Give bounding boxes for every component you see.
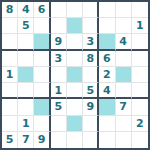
cell-r3c3[interactable] [34, 34, 50, 50]
cell-r8c9[interactable]: 2 [132, 116, 148, 132]
cell-r6c6[interactable]: 5 [83, 83, 99, 99]
cell-r7c5[interactable] [67, 99, 83, 115]
cell-r9c8[interactable] [116, 132, 132, 148]
cell-r8c5[interactable] [67, 116, 83, 132]
cell-r7c6[interactable]: 9 [83, 99, 99, 115]
cell-r6c1[interactable] [2, 83, 18, 99]
cell-r9c1[interactable]: 5 [2, 132, 18, 148]
cell-r4c1[interactable] [2, 51, 18, 67]
cell-r2c9[interactable]: 1 [132, 18, 148, 34]
cell-r5c4[interactable] [51, 67, 67, 83]
cell-r9c2[interactable]: 7 [18, 132, 34, 148]
cell-r2c6[interactable] [83, 18, 99, 34]
cell-r3c1[interactable] [2, 34, 18, 50]
cell-r9c9[interactable] [132, 132, 148, 148]
cell-r4c5[interactable] [67, 51, 83, 67]
cell-r1c4[interactable] [51, 2, 67, 18]
cell-r3c4[interactable]: 9 [51, 34, 67, 50]
cell-r5c3[interactable] [34, 67, 50, 83]
cell-r4c7[interactable]: 6 [99, 51, 115, 67]
cell-r5c2[interactable] [18, 67, 34, 83]
cell-r5c9[interactable] [132, 67, 148, 83]
cell-r8c6[interactable] [83, 116, 99, 132]
cell-r3c9[interactable] [132, 34, 148, 50]
cell-r5c5[interactable] [67, 67, 83, 83]
cell-r4c4[interactable]: 3 [51, 51, 67, 67]
cell-r8c3[interactable] [34, 116, 50, 132]
cell-r2c8[interactable] [116, 18, 132, 34]
cell-r8c1[interactable] [2, 116, 18, 132]
cell-r2c2[interactable]: 5 [18, 18, 34, 34]
cell-r8c7[interactable] [99, 116, 115, 132]
cell-r6c2[interactable] [18, 83, 34, 99]
cell-r1c7[interactable] [99, 2, 115, 18]
cell-r4c3[interactable] [34, 51, 50, 67]
cell-r2c3[interactable] [34, 18, 50, 34]
cell-r7c2[interactable] [18, 99, 34, 115]
cell-r1c2[interactable]: 4 [18, 2, 34, 18]
cell-r4c6[interactable]: 8 [83, 51, 99, 67]
cell-r3c5[interactable] [67, 34, 83, 50]
cell-r1c5[interactable] [67, 2, 83, 18]
cell-r8c2[interactable]: 1 [18, 116, 34, 132]
cell-r9c3[interactable]: 9 [34, 132, 50, 148]
cell-r6c7[interactable]: 4 [99, 83, 115, 99]
cell-r4c9[interactable] [132, 51, 148, 67]
cell-r7c1[interactable] [2, 99, 18, 115]
cell-r7c3[interactable] [34, 99, 50, 115]
cell-r9c4[interactable] [51, 132, 67, 148]
cell-r1c8[interactable] [116, 2, 132, 18]
sudoku-board: 846519343861215459712579 [0, 0, 150, 150]
cell-r9c6[interactable] [83, 132, 99, 148]
cell-r1c6[interactable] [83, 2, 99, 18]
cell-r3c8[interactable]: 4 [116, 34, 132, 50]
cell-r7c8[interactable]: 7 [116, 99, 132, 115]
cell-r5c8[interactable] [116, 67, 132, 83]
cell-r6c8[interactable] [116, 83, 132, 99]
cell-r5c6[interactable] [83, 67, 99, 83]
cell-r1c1[interactable]: 8 [2, 2, 18, 18]
cell-r9c7[interactable] [99, 132, 115, 148]
cell-r3c7[interactable] [99, 34, 115, 50]
cell-r4c2[interactable] [18, 51, 34, 67]
cell-r8c8[interactable] [116, 116, 132, 132]
cell-r2c7[interactable] [99, 18, 115, 34]
cell-r1c9[interactable] [132, 2, 148, 18]
cell-r2c4[interactable] [51, 18, 67, 34]
cell-r4c8[interactable] [116, 51, 132, 67]
cell-r6c4[interactable]: 1 [51, 83, 67, 99]
cell-r8c4[interactable] [51, 116, 67, 132]
cell-r7c7[interactable] [99, 99, 115, 115]
cell-r2c5[interactable] [67, 18, 83, 34]
cell-r7c4[interactable]: 5 [51, 99, 67, 115]
cell-r6c3[interactable] [34, 83, 50, 99]
cell-r6c9[interactable] [132, 83, 148, 99]
cell-r6c5[interactable] [67, 83, 83, 99]
cell-r9c5[interactable] [67, 132, 83, 148]
cell-r7c9[interactable] [132, 99, 148, 115]
cell-r3c2[interactable] [18, 34, 34, 50]
cell-r2c1[interactable] [2, 18, 18, 34]
cell-r1c3[interactable]: 6 [34, 2, 50, 18]
cell-r5c1[interactable]: 1 [2, 67, 18, 83]
cell-r3c6[interactable]: 3 [83, 34, 99, 50]
cell-r5c7[interactable]: 2 [99, 67, 115, 83]
